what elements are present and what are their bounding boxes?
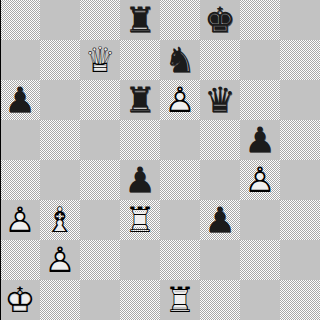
- square-b7[interactable]: [40, 40, 80, 80]
- white-rook-icon: ♜♖: [120, 200, 160, 240]
- square-f2[interactable]: [200, 240, 240, 280]
- square-d2[interactable]: [120, 240, 160, 280]
- square-b5[interactable]: [40, 120, 80, 160]
- window-edge-line: [0, 0, 1, 320]
- square-a7[interactable]: [0, 40, 40, 80]
- square-h8[interactable]: [280, 0, 320, 40]
- black-knight-icon: ♞: [160, 40, 200, 80]
- square-f4[interactable]: [200, 160, 240, 200]
- square-f3[interactable]: ♟: [200, 200, 240, 240]
- chess-board: ♜♚♛♕♞♟♜♟♙♛♟♟♟♙♟♙♝♗♜♖♟♟♙♚♔♜♖: [0, 0, 320, 320]
- square-h1[interactable]: [280, 280, 320, 320]
- square-f8[interactable]: ♚: [200, 0, 240, 40]
- black-rook-icon: ♜: [120, 80, 160, 120]
- square-b2[interactable]: ♟♙: [40, 240, 80, 280]
- square-e4[interactable]: [160, 160, 200, 200]
- square-g7[interactable]: [240, 40, 280, 80]
- white-king-icon: ♚♔: [0, 280, 40, 320]
- square-c5[interactable]: [80, 120, 120, 160]
- square-a4[interactable]: [0, 160, 40, 200]
- square-e8[interactable]: [160, 0, 200, 40]
- square-a3[interactable]: ♟♙: [0, 200, 40, 240]
- black-pawn-icon: ♟: [0, 80, 40, 120]
- square-e2[interactable]: [160, 240, 200, 280]
- square-c7[interactable]: ♛♕: [80, 40, 120, 80]
- square-f6[interactable]: ♛: [200, 80, 240, 120]
- square-d5[interactable]: [120, 120, 160, 160]
- square-h6[interactable]: [280, 80, 320, 120]
- black-pawn-icon: ♟: [120, 160, 160, 200]
- square-g2[interactable]: [240, 240, 280, 280]
- square-c6[interactable]: [80, 80, 120, 120]
- square-d6[interactable]: ♜: [120, 80, 160, 120]
- white-pawn-icon: ♟♙: [40, 240, 80, 280]
- black-rook-icon: ♜: [120, 0, 160, 40]
- square-a1[interactable]: ♚♔: [0, 280, 40, 320]
- square-h5[interactable]: [280, 120, 320, 160]
- square-d1[interactable]: [120, 280, 160, 320]
- white-bishop-icon: ♝♗: [40, 200, 80, 240]
- square-a5[interactable]: [0, 120, 40, 160]
- square-b3[interactable]: ♝♗: [40, 200, 80, 240]
- square-g4[interactable]: ♟♙: [240, 160, 280, 200]
- square-c1[interactable]: [80, 280, 120, 320]
- white-queen-icon: ♛♕: [80, 40, 120, 80]
- square-h7[interactable]: [280, 40, 320, 80]
- square-e6[interactable]: ♟♙: [160, 80, 200, 120]
- square-e1[interactable]: ♜♖: [160, 280, 200, 320]
- white-pawn-icon: ♟♙: [160, 80, 200, 120]
- white-rook-icon: ♜♖: [160, 280, 200, 320]
- square-g6[interactable]: [240, 80, 280, 120]
- square-c2[interactable]: [80, 240, 120, 280]
- square-d4[interactable]: ♟: [120, 160, 160, 200]
- square-e3[interactable]: [160, 200, 200, 240]
- square-c8[interactable]: [80, 0, 120, 40]
- square-h4[interactable]: [280, 160, 320, 200]
- square-b6[interactable]: [40, 80, 80, 120]
- black-king-icon: ♚: [200, 0, 240, 40]
- black-pawn-icon: ♟: [200, 200, 240, 240]
- square-g8[interactable]: [240, 0, 280, 40]
- white-pawn-icon: ♟♙: [0, 200, 40, 240]
- square-b8[interactable]: [40, 0, 80, 40]
- white-pawn-icon: ♟♙: [240, 160, 280, 200]
- square-f5[interactable]: [200, 120, 240, 160]
- square-e5[interactable]: [160, 120, 200, 160]
- square-c3[interactable]: [80, 200, 120, 240]
- square-a6[interactable]: ♟: [0, 80, 40, 120]
- square-d7[interactable]: [120, 40, 160, 80]
- square-b1[interactable]: [40, 280, 80, 320]
- square-h3[interactable]: [280, 200, 320, 240]
- black-queen-icon: ♛: [200, 80, 240, 120]
- square-g5[interactable]: ♟: [240, 120, 280, 160]
- square-f7[interactable]: [200, 40, 240, 80]
- square-a8[interactable]: [0, 0, 40, 40]
- square-g3[interactable]: [240, 200, 280, 240]
- square-g1[interactable]: [240, 280, 280, 320]
- square-b4[interactable]: [40, 160, 80, 200]
- black-pawn-icon: ♟: [240, 120, 280, 160]
- square-a2[interactable]: [0, 240, 40, 280]
- square-d8[interactable]: ♜: [120, 0, 160, 40]
- square-h2[interactable]: [280, 240, 320, 280]
- square-f1[interactable]: [200, 280, 240, 320]
- square-e7[interactable]: ♞: [160, 40, 200, 80]
- square-c4[interactable]: [80, 160, 120, 200]
- square-d3[interactable]: ♜♖: [120, 200, 160, 240]
